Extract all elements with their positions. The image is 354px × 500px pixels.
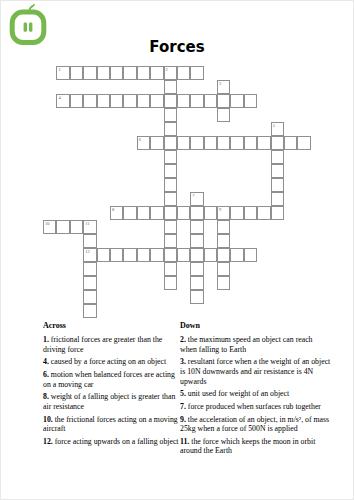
grid-cell[interactable]	[150, 94, 163, 108]
grid-cell[interactable]	[190, 234, 203, 248]
grid-cell[interactable]	[177, 66, 190, 80]
grid-cell[interactable]	[56, 220, 69, 234]
grid-cell[interactable]	[164, 234, 177, 248]
grid-cell[interactable]	[217, 108, 230, 122]
grid-cell[interactable]	[150, 136, 163, 150]
clue-across-8: 8. weight of a falling object is greater…	[43, 392, 183, 411]
grid-cell[interactable]	[244, 94, 257, 108]
grid-cell[interactable]	[257, 206, 270, 220]
grid-cell[interactable]: 3	[217, 80, 230, 94]
grid-cell[interactable]	[110, 94, 123, 108]
down-clues: Down 2. the maximum speed an object can …	[180, 321, 331, 459]
clue-number: 10	[45, 221, 50, 226]
grid-cell[interactable]	[204, 94, 217, 108]
grid-cell[interactable]	[83, 276, 96, 290]
grid-cell[interactable]	[271, 150, 284, 164]
grid-cell[interactable]	[177, 94, 190, 108]
grid-cell[interactable]	[230, 206, 243, 220]
grid-cell[interactable]	[164, 248, 177, 262]
grid-cell[interactable]: 8	[110, 206, 123, 220]
grid-cell[interactable]: 12	[83, 248, 96, 262]
grid-cell[interactable]	[190, 262, 203, 276]
grid-cell[interactable]	[150, 248, 163, 262]
grid-cell[interactable]	[97, 66, 110, 80]
grid-cell[interactable]	[164, 136, 177, 150]
grid-cell[interactable]	[204, 206, 217, 220]
grid-cell[interactable]	[230, 248, 243, 262]
grid-cell[interactable]	[230, 94, 243, 108]
clue-number: 5	[273, 123, 275, 128]
grid-cell[interactable]	[150, 206, 163, 220]
grid-cell[interactable]	[244, 206, 257, 220]
grid-cell[interactable]: 6	[137, 136, 150, 150]
page-title: Forces	[0, 38, 354, 56]
clue-down-9: 9. the acceleration of an object, in m/s…	[180, 415, 331, 434]
grid-cell[interactable]	[97, 94, 110, 108]
clue-down-7: 7. force produced when surfaces rub toge…	[180, 402, 331, 412]
grid-cell[interactable]	[257, 136, 270, 150]
grid-cell[interactable]	[123, 66, 136, 80]
grid-cell[interactable]	[123, 206, 136, 220]
across-heading: Across	[43, 321, 183, 331]
grid-cell[interactable]	[70, 220, 83, 234]
grid-cell[interactable]: 2	[164, 66, 177, 80]
grid-cell[interactable]	[137, 94, 150, 108]
grid-cell[interactable]	[190, 94, 203, 108]
grid-cell[interactable]	[271, 136, 284, 150]
grid-cell[interactable]: 11	[83, 220, 96, 234]
clue-number: 4	[58, 95, 60, 100]
grid-cell[interactable]	[150, 66, 163, 80]
grid-cell[interactable]	[177, 136, 190, 150]
grid-cell[interactable]	[271, 178, 284, 192]
grid-cell[interactable]	[164, 262, 177, 276]
grid-cell[interactable]	[190, 290, 203, 304]
grid-cell[interactable]	[137, 206, 150, 220]
grid-cell[interactable]	[164, 206, 177, 220]
grid-cell[interactable]	[217, 94, 230, 108]
grid-cell[interactable]	[271, 164, 284, 178]
grid-cell[interactable]	[284, 136, 297, 150]
grid-cell[interactable]	[164, 108, 177, 122]
grid-cell[interactable]	[177, 206, 190, 220]
grid-cell[interactable]	[123, 94, 136, 108]
grid-cell[interactable]	[217, 220, 230, 234]
clue-down-3: 3. resultant force when a the weight of …	[180, 357, 331, 386]
grid-cell[interactable]	[217, 234, 230, 248]
grid-cell[interactable]	[83, 234, 96, 248]
clue-across-10: 10. the frictional forces acting on a mo…	[43, 415, 183, 434]
grid-cell[interactable]	[217, 276, 230, 290]
grid-cell[interactable]: 5	[271, 122, 284, 136]
grid-cell[interactable]: 1	[56, 66, 69, 80]
grid-cell[interactable]	[164, 150, 177, 164]
grid-cell[interactable]	[230, 136, 243, 150]
clue-across-12: 12. force acting upwards on a falling ob…	[43, 437, 183, 447]
down-heading: Down	[180, 321, 331, 331]
grid-cell[interactable]	[137, 66, 150, 80]
grid-cell[interactable]	[164, 192, 177, 206]
grid-cell[interactable]	[217, 248, 230, 262]
grid-cell[interactable]: 10	[43, 220, 56, 234]
grid-cell[interactable]	[204, 136, 217, 150]
grid-cell[interactable]	[70, 66, 83, 80]
grid-cell[interactable]	[190, 220, 203, 234]
clue-across-6: 6. motion when balanced forces are actin…	[43, 370, 183, 389]
grid-cell[interactable]	[217, 262, 230, 276]
clue-across-1: 1. frictional forces are greater than th…	[43, 335, 183, 354]
grid-cell[interactable]: 4	[56, 94, 69, 108]
grid-cell[interactable]	[244, 248, 257, 262]
grid-cell[interactable]	[164, 178, 177, 192]
grid-cell[interactable]	[164, 80, 177, 94]
grid-cell[interactable]	[110, 248, 123, 262]
clue-number: 9	[219, 207, 221, 212]
clue-down-2: 2. the maximum speed an object can reach…	[180, 335, 331, 354]
grid-cell[interactable]: 9	[217, 206, 230, 220]
grid-cell[interactable]	[110, 66, 123, 80]
grid-cell[interactable]	[164, 276, 177, 290]
grid-cell[interactable]	[190, 66, 203, 80]
grid-cell[interactable]	[271, 206, 284, 220]
grid-cell[interactable]	[190, 276, 203, 290]
clue-number: 12	[85, 249, 90, 254]
clue-number: 7	[192, 193, 194, 198]
grid-cell[interactable]	[164, 122, 177, 136]
grid-cell[interactable]	[164, 164, 177, 178]
across-clues: Across 1. frictional forces are greater …	[43, 321, 183, 449]
clue-number: 11	[85, 221, 89, 226]
grid-cell[interactable]	[83, 290, 96, 304]
grid-cell[interactable]	[97, 248, 110, 262]
grid-cell[interactable]	[271, 192, 284, 206]
clue-number: 2	[166, 67, 168, 72]
grid-cell[interactable]: 7	[190, 192, 203, 206]
grid-cell[interactable]	[204, 248, 217, 262]
clue-number: 1	[58, 67, 60, 72]
crossword-grid: 123456789101112	[43, 66, 311, 318]
grid-cell[interactable]	[217, 136, 230, 150]
grid-cell[interactable]	[177, 248, 190, 262]
grid-cell[interactable]	[83, 94, 96, 108]
grid-cell[interactable]	[83, 262, 96, 276]
grid-cell[interactable]	[83, 304, 96, 318]
grid-cell[interactable]	[244, 136, 257, 150]
grid-cell[interactable]	[190, 206, 203, 220]
clue-down-11: 11. the force which keeps the moon in or…	[180, 437, 331, 456]
grid-cell[interactable]	[190, 136, 203, 150]
clue-number: 3	[219, 81, 221, 86]
clue-across-4: 4. caused by a force acting on an object	[43, 357, 183, 367]
clue-number: 8	[112, 207, 114, 212]
grid-cell[interactable]	[70, 94, 83, 108]
clue-number: 6	[139, 137, 141, 142]
grid-cell[interactable]	[164, 220, 177, 234]
grid-cell[interactable]	[297, 136, 310, 150]
clue-down-5: 5. unit used for weight of an object	[180, 389, 331, 399]
grid-cell[interactable]	[83, 66, 96, 80]
grid-cell[interactable]	[164, 94, 177, 108]
grid-cell[interactable]	[190, 248, 203, 262]
grid-cell[interactable]	[137, 248, 150, 262]
grid-cell[interactable]	[123, 248, 136, 262]
